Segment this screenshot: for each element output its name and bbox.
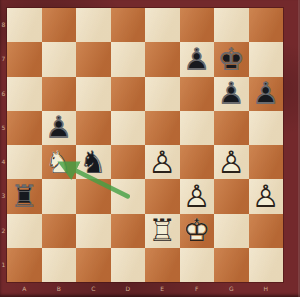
white-rook[interactable]: ♜♖ — [145, 214, 180, 248]
rank-label-2: 2 — [0, 228, 7, 234]
white-knight[interactable]: ♞♘ — [42, 145, 77, 179]
rank-label-1: 1 — [0, 262, 7, 268]
white-pawn-outline: ♙ — [249, 179, 284, 213]
square-a1[interactable] — [7, 248, 42, 282]
square-g4[interactable]: ♟♙ — [214, 145, 249, 179]
white-knight-outline: ♘ — [42, 145, 77, 179]
square-e1[interactable] — [145, 248, 180, 282]
black-pawn-outline: ♙ — [180, 42, 215, 76]
white-pawn-outline: ♙ — [180, 179, 215, 213]
black-knight[interactable]: ♞♘ — [76, 145, 111, 179]
black-rook-outline: ♖ — [7, 179, 42, 213]
square-f8[interactable] — [180, 8, 215, 42]
square-d4[interactable] — [111, 145, 146, 179]
square-f6[interactable] — [180, 77, 215, 111]
square-e3[interactable] — [145, 179, 180, 213]
square-h7[interactable] — [249, 42, 284, 76]
square-e5[interactable] — [145, 111, 180, 145]
rank-label-8: 8 — [0, 22, 7, 28]
square-g2[interactable] — [214, 214, 249, 248]
square-d2[interactable] — [111, 214, 146, 248]
square-h3[interactable]: ♟♙ — [249, 179, 284, 213]
square-b8[interactable] — [42, 8, 77, 42]
square-f7[interactable]: ♟♙ — [180, 42, 215, 76]
rank-label-4: 4 — [0, 159, 7, 165]
white-pawn[interactable]: ♟♙ — [145, 145, 180, 179]
rank-label-3: 3 — [0, 193, 7, 199]
square-h5[interactable] — [249, 111, 284, 145]
square-g6[interactable]: ♟♙ — [214, 77, 249, 111]
black-king-outline: ♔ — [214, 42, 249, 76]
square-g8[interactable] — [214, 8, 249, 42]
square-g5[interactable] — [214, 111, 249, 145]
square-e4[interactable]: ♟♙ — [145, 145, 180, 179]
square-g7[interactable]: ♚♔ — [214, 42, 249, 76]
file-label-F: F — [180, 286, 215, 292]
white-rook-outline: ♖ — [145, 214, 180, 248]
square-e2[interactable]: ♜♖ — [145, 214, 180, 248]
black-pawn-outline: ♙ — [42, 111, 77, 145]
white-pawn[interactable]: ♟♙ — [249, 179, 284, 213]
square-b2[interactable] — [42, 214, 77, 248]
square-d7[interactable] — [111, 42, 146, 76]
square-d5[interactable] — [111, 111, 146, 145]
square-d8[interactable] — [111, 8, 146, 42]
square-a5[interactable] — [7, 111, 42, 145]
black-rook[interactable]: ♜♖ — [7, 179, 42, 213]
square-f4[interactable] — [180, 145, 215, 179]
white-pawn[interactable]: ♟♙ — [214, 145, 249, 179]
square-c3[interactable] — [76, 179, 111, 213]
black-pawn-outline: ♙ — [214, 77, 249, 111]
square-b1[interactable] — [42, 248, 77, 282]
square-d3[interactable] — [111, 179, 146, 213]
white-pawn-outline: ♙ — [214, 145, 249, 179]
square-f5[interactable] — [180, 111, 215, 145]
square-b7[interactable] — [42, 42, 77, 76]
square-a7[interactable] — [7, 42, 42, 76]
black-pawn-outline: ♙ — [249, 77, 284, 111]
square-a6[interactable] — [7, 77, 42, 111]
square-e8[interactable] — [145, 8, 180, 42]
chess-board-frame: ♟♙♚♔♟♙♟♙♟♙♞♘♞♘♟♙♟♙♜♖♟♙♟♙♜♖♚♔ 87654321 AB… — [0, 0, 300, 297]
file-label-A: A — [7, 286, 42, 292]
black-pawn[interactable]: ♟♙ — [214, 77, 249, 111]
square-c6[interactable] — [76, 77, 111, 111]
black-pawn[interactable]: ♟♙ — [180, 42, 215, 76]
file-label-E: E — [145, 286, 180, 292]
file-label-B: B — [42, 286, 77, 292]
black-pawn[interactable]: ♟♙ — [42, 111, 77, 145]
file-label-C: C — [76, 286, 111, 292]
square-h1[interactable] — [249, 248, 284, 282]
square-c1[interactable] — [76, 248, 111, 282]
rank-label-6: 6 — [0, 91, 7, 97]
square-h6[interactable]: ♟♙ — [249, 77, 284, 111]
square-g1[interactable] — [214, 248, 249, 282]
white-pawn[interactable]: ♟♙ — [180, 179, 215, 213]
square-a3[interactable]: ♜♖ — [7, 179, 42, 213]
black-king[interactable]: ♚♔ — [214, 42, 249, 76]
square-c4[interactable]: ♞♘ — [76, 145, 111, 179]
square-d6[interactable] — [111, 77, 146, 111]
square-f1[interactable] — [180, 248, 215, 282]
square-b4[interactable]: ♞♘ — [42, 145, 77, 179]
square-f2[interactable]: ♚♔ — [180, 214, 215, 248]
square-d1[interactable] — [111, 248, 146, 282]
square-c7[interactable] — [76, 42, 111, 76]
square-a4[interactable] — [7, 145, 42, 179]
square-b5[interactable]: ♟♙ — [42, 111, 77, 145]
square-a2[interactable] — [7, 214, 42, 248]
square-c8[interactable] — [76, 8, 111, 42]
board: ♟♙♚♔♟♙♟♙♟♙♞♘♞♘♟♙♟♙♜♖♟♙♟♙♜♖♚♔ — [7, 8, 283, 282]
rank-label-7: 7 — [0, 56, 7, 62]
square-h8[interactable] — [249, 8, 284, 42]
file-label-H: H — [249, 286, 284, 292]
square-g3[interactable] — [214, 179, 249, 213]
square-h2[interactable] — [249, 214, 284, 248]
square-a8[interactable] — [7, 8, 42, 42]
square-b3[interactable] — [42, 179, 77, 213]
square-e6[interactable] — [145, 77, 180, 111]
square-h4[interactable] — [249, 145, 284, 179]
square-c2[interactable] — [76, 214, 111, 248]
rank-label-5: 5 — [0, 125, 7, 131]
square-c5[interactable] — [76, 111, 111, 145]
square-b6[interactable] — [42, 77, 77, 111]
square-e7[interactable] — [145, 42, 180, 76]
file-label-D: D — [111, 286, 146, 292]
black-knight-outline: ♘ — [76, 145, 111, 179]
white-king[interactable]: ♚♔ — [180, 214, 215, 248]
file-label-G: G — [214, 286, 249, 292]
white-king-outline: ♔ — [180, 214, 215, 248]
square-f3[interactable]: ♟♙ — [180, 179, 215, 213]
black-pawn[interactable]: ♟♙ — [249, 77, 284, 111]
white-pawn-outline: ♙ — [145, 145, 180, 179]
